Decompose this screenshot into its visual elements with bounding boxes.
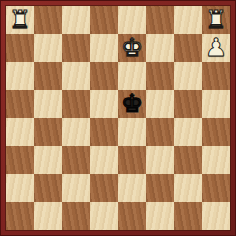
square-d8[interactable]	[90, 6, 118, 34]
chess-board: ♜♜♚♟♚	[6, 6, 230, 230]
square-c5[interactable]	[62, 90, 90, 118]
square-c3[interactable]	[62, 146, 90, 174]
square-e4[interactable]	[118, 118, 146, 146]
square-h4[interactable]	[202, 118, 230, 146]
square-g7[interactable]	[174, 34, 202, 62]
square-a8[interactable]: ♜	[6, 6, 34, 34]
square-g5[interactable]	[174, 90, 202, 118]
square-b1[interactable]	[34, 202, 62, 230]
square-b7[interactable]	[34, 34, 62, 62]
square-d3[interactable]	[90, 146, 118, 174]
square-a5[interactable]	[6, 90, 34, 118]
square-e2[interactable]	[118, 174, 146, 202]
square-f1[interactable]	[146, 202, 174, 230]
square-f8[interactable]	[146, 6, 174, 34]
square-h8[interactable]: ♜	[202, 6, 230, 34]
square-f2[interactable]	[146, 174, 174, 202]
square-c2[interactable]	[62, 174, 90, 202]
square-a3[interactable]	[6, 146, 34, 174]
square-e8[interactable]	[118, 6, 146, 34]
square-e1[interactable]	[118, 202, 146, 230]
square-c4[interactable]	[62, 118, 90, 146]
square-h3[interactable]	[202, 146, 230, 174]
square-f7[interactable]	[146, 34, 174, 62]
square-a2[interactable]	[6, 174, 34, 202]
square-a1[interactable]	[6, 202, 34, 230]
square-g6[interactable]	[174, 62, 202, 90]
square-c6[interactable]	[62, 62, 90, 90]
square-c1[interactable]	[62, 202, 90, 230]
white-rook-h8[interactable]: ♜	[205, 6, 227, 34]
square-d4[interactable]	[90, 118, 118, 146]
square-g1[interactable]	[174, 202, 202, 230]
square-a7[interactable]	[6, 34, 34, 62]
square-h5[interactable]	[202, 90, 230, 118]
square-h7[interactable]: ♟	[202, 34, 230, 62]
black-king-e5[interactable]: ♚	[121, 90, 143, 118]
square-b4[interactable]	[34, 118, 62, 146]
square-e7[interactable]: ♚	[118, 34, 146, 62]
square-h6[interactable]	[202, 62, 230, 90]
square-e6[interactable]	[118, 62, 146, 90]
square-f4[interactable]	[146, 118, 174, 146]
square-a4[interactable]	[6, 118, 34, 146]
square-g4[interactable]	[174, 118, 202, 146]
square-b5[interactable]	[34, 90, 62, 118]
square-e3[interactable]	[118, 146, 146, 174]
square-c7[interactable]	[62, 34, 90, 62]
square-d2[interactable]	[90, 174, 118, 202]
square-h2[interactable]	[202, 174, 230, 202]
square-a6[interactable]	[6, 62, 34, 90]
square-d1[interactable]	[90, 202, 118, 230]
square-g2[interactable]	[174, 174, 202, 202]
square-b2[interactable]	[34, 174, 62, 202]
chess-board-frame: ♜♜♚♟♚	[0, 0, 236, 236]
square-f3[interactable]	[146, 146, 174, 174]
square-d7[interactable]	[90, 34, 118, 62]
square-d5[interactable]	[90, 90, 118, 118]
square-h1[interactable]	[202, 202, 230, 230]
white-rook-a8[interactable]: ♜	[9, 6, 31, 34]
square-e5[interactable]: ♚	[118, 90, 146, 118]
square-b6[interactable]	[34, 62, 62, 90]
square-b8[interactable]	[34, 6, 62, 34]
square-f5[interactable]	[146, 90, 174, 118]
square-d6[interactable]	[90, 62, 118, 90]
square-f6[interactable]	[146, 62, 174, 90]
square-g8[interactable]	[174, 6, 202, 34]
square-b3[interactable]	[34, 146, 62, 174]
white-king-e7[interactable]: ♚	[121, 34, 143, 62]
white-pawn-h7[interactable]: ♟	[205, 34, 227, 62]
square-c8[interactable]	[62, 6, 90, 34]
square-g3[interactable]	[174, 146, 202, 174]
